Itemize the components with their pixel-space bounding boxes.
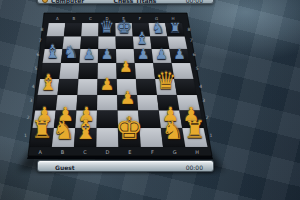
game-window: Computer Chess Titans 00:00 AABBCCDDEEFF… xyxy=(0,0,300,200)
piece-blue-king-e8[interactable]: ♚ xyxy=(116,18,132,36)
piece-blue-bishop-f7[interactable]: ♝ xyxy=(135,30,150,47)
piece-gold-rook-h1[interactable]: ♜ xyxy=(184,119,205,143)
piece-gold-king-e1[interactable]: ♚ xyxy=(115,113,143,144)
piece-gold-pawn-e3[interactable]: ♟ xyxy=(119,89,135,107)
player-clock: 00:00 xyxy=(186,164,203,171)
piece-gold-rook-a1[interactable]: ♜ xyxy=(31,119,52,143)
piece-blue-knight-b6[interactable]: ♞ xyxy=(63,44,78,61)
piece-blue-queen-d8[interactable]: ♛ xyxy=(99,19,114,36)
piece-blue-bishop-a6[interactable]: ♝ xyxy=(44,43,60,61)
piece-gold-knight-g1[interactable]: ♞ xyxy=(161,118,184,143)
piece-gold-pawn-e5[interactable]: ♟ xyxy=(119,60,133,75)
piece-blue-pawn-g6[interactable]: ♟ xyxy=(155,47,168,61)
piece-blue-pawn-h6[interactable]: ♟ xyxy=(173,47,186,61)
player-name: Guest xyxy=(55,164,75,171)
piece-gold-bishop-a4[interactable]: ♝ xyxy=(39,72,59,94)
piece-gold-pawn-d4[interactable]: ♟ xyxy=(100,76,115,93)
piece-gold-bishop-c1[interactable]: ♝ xyxy=(73,116,97,143)
piece-blue-pawn-f6[interactable]: ♟ xyxy=(137,47,150,61)
piece-blue-rook-h8[interactable]: ♜ xyxy=(169,22,181,36)
piece-blue-pawn-d6[interactable]: ♟ xyxy=(101,47,114,61)
player-status-bar: Guest 00:00 xyxy=(37,160,214,172)
piece-gold-knight-b1[interactable]: ♞ xyxy=(52,118,75,143)
piece-gold-queen-g4[interactable]: ♛ xyxy=(155,70,176,94)
piece-blue-pawn-c6[interactable]: ♟ xyxy=(83,47,96,61)
piece-blue-knight-g8[interactable]: ♞ xyxy=(151,21,164,36)
